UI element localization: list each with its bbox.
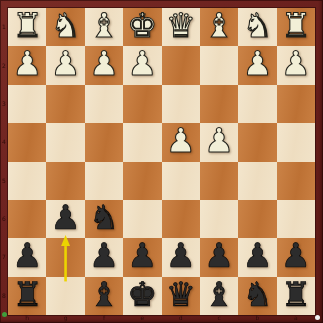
rank-label-7: 7 xyxy=(0,254,8,260)
square-b8[interactable]: ♞ xyxy=(238,277,276,315)
piece-black-pawn[interactable]: ♟ xyxy=(12,237,42,275)
chess-board: ♜♞♝♚♛♝♞♜♟♟♟♟♟♟♟♟♟♞♟♟♟♟♟♟♟♜♝♚♛♝♞♜ xyxy=(8,8,315,315)
square-e4[interactable] xyxy=(123,123,161,161)
square-f4[interactable] xyxy=(85,123,123,161)
piece-white-pawn[interactable]: ♟ xyxy=(51,45,81,83)
square-g3[interactable] xyxy=(46,85,84,123)
file-label-d: d xyxy=(179,315,183,321)
square-f8[interactable]: ♝ xyxy=(85,277,123,315)
rank-label-5: 5 xyxy=(0,178,8,184)
square-c1[interactable]: ♝ xyxy=(200,8,238,46)
square-f2[interactable]: ♟ xyxy=(85,46,123,84)
square-g4[interactable] xyxy=(46,123,84,161)
piece-white-knight[interactable]: ♞ xyxy=(51,7,81,45)
square-h1[interactable]: ♜ xyxy=(8,8,46,46)
square-h6[interactable] xyxy=(8,200,46,238)
file-label-e: e xyxy=(140,315,144,321)
square-b4[interactable] xyxy=(238,123,276,161)
square-h5[interactable] xyxy=(8,162,46,200)
square-c8[interactable]: ♝ xyxy=(200,277,238,315)
square-f7[interactable]: ♟ xyxy=(85,238,123,276)
square-e8[interactable]: ♚ xyxy=(123,277,161,315)
square-c3[interactable] xyxy=(200,85,238,123)
square-d8[interactable]: ♛ xyxy=(162,277,200,315)
square-b3[interactable] xyxy=(238,85,276,123)
square-f3[interactable] xyxy=(85,85,123,123)
square-c7[interactable]: ♟ xyxy=(200,238,238,276)
square-b5[interactable] xyxy=(238,162,276,200)
square-c2[interactable] xyxy=(200,46,238,84)
square-a6[interactable] xyxy=(277,200,315,238)
square-b7[interactable]: ♟ xyxy=(238,238,276,276)
piece-black-bishop[interactable]: ♝ xyxy=(204,276,234,314)
piece-white-king[interactable]: ♚ xyxy=(127,7,157,45)
piece-black-pawn[interactable]: ♟ xyxy=(51,199,81,237)
piece-white-pawn[interactable]: ♟ xyxy=(89,45,119,83)
square-a8[interactable]: ♜ xyxy=(277,277,315,315)
file-label-a: a xyxy=(294,315,298,321)
square-g2[interactable]: ♟ xyxy=(46,46,84,84)
square-a4[interactable] xyxy=(277,123,315,161)
rank-label-8: 8 xyxy=(0,293,8,299)
file-label-b: b xyxy=(256,315,260,321)
square-a1[interactable]: ♜ xyxy=(277,8,315,46)
piece-white-knight[interactable]: ♞ xyxy=(242,7,272,45)
square-c4[interactable]: ♟ xyxy=(200,123,238,161)
piece-black-pawn[interactable]: ♟ xyxy=(166,237,196,275)
square-e6[interactable] xyxy=(123,200,161,238)
square-b2[interactable]: ♟ xyxy=(238,46,276,84)
square-e3[interactable] xyxy=(123,85,161,123)
file-label-g: g xyxy=(64,315,68,321)
rank-label-1: 1 xyxy=(0,24,8,30)
square-h3[interactable] xyxy=(8,85,46,123)
piece-black-pawn[interactable]: ♟ xyxy=(281,237,311,275)
square-d7[interactable]: ♟ xyxy=(162,238,200,276)
piece-black-pawn[interactable]: ♟ xyxy=(127,237,157,275)
piece-black-pawn[interactable]: ♟ xyxy=(204,237,234,275)
square-d1[interactable]: ♛ xyxy=(162,8,200,46)
piece-white-pawn[interactable]: ♟ xyxy=(127,45,157,83)
piece-black-pawn[interactable]: ♟ xyxy=(89,237,119,275)
piece-white-queen[interactable]: ♛ xyxy=(166,7,196,45)
square-a3[interactable] xyxy=(277,85,315,123)
square-g1[interactable]: ♞ xyxy=(46,8,84,46)
rank-label-2: 2 xyxy=(0,63,8,69)
square-a7[interactable]: ♟ xyxy=(277,238,315,276)
rank-label-6: 6 xyxy=(0,216,8,222)
square-b1[interactable]: ♞ xyxy=(238,8,276,46)
square-f1[interactable]: ♝ xyxy=(85,8,123,46)
square-b6[interactable] xyxy=(238,200,276,238)
square-e7[interactable]: ♟ xyxy=(123,238,161,276)
piece-white-rook[interactable]: ♜ xyxy=(281,7,311,45)
piece-black-king[interactable]: ♚ xyxy=(127,276,157,314)
piece-black-queen[interactable]: ♛ xyxy=(166,276,196,314)
square-c6[interactable] xyxy=(200,200,238,238)
piece-white-pawn[interactable]: ♟ xyxy=(242,45,272,83)
square-g8[interactable] xyxy=(46,277,84,315)
square-h4[interactable] xyxy=(8,123,46,161)
square-g7[interactable] xyxy=(46,238,84,276)
square-g5[interactable] xyxy=(46,162,84,200)
square-f5[interactable] xyxy=(85,162,123,200)
side-to-move-dot xyxy=(315,315,320,320)
piece-white-pawn[interactable]: ♟ xyxy=(166,122,196,160)
file-label-c: c xyxy=(217,315,220,321)
square-d6[interactable] xyxy=(162,200,200,238)
square-h2[interactable]: ♟ xyxy=(8,46,46,84)
rank-label-3: 3 xyxy=(0,101,8,107)
piece-white-bishop[interactable]: ♝ xyxy=(204,7,234,45)
piece-white-pawn[interactable]: ♟ xyxy=(204,122,234,160)
square-e2[interactable]: ♟ xyxy=(123,46,161,84)
rank-label-4: 4 xyxy=(0,139,8,145)
piece-black-bishop[interactable]: ♝ xyxy=(89,276,119,314)
piece-black-knight[interactable]: ♞ xyxy=(242,276,272,314)
square-d5[interactable] xyxy=(162,162,200,200)
piece-black-rook[interactable]: ♜ xyxy=(12,276,42,314)
piece-black-rook[interactable]: ♜ xyxy=(281,276,311,314)
square-e1[interactable]: ♚ xyxy=(123,8,161,46)
piece-white-pawn[interactable]: ♟ xyxy=(281,45,311,83)
square-a2[interactable]: ♟ xyxy=(277,46,315,84)
square-g6[interactable]: ♟ xyxy=(46,200,84,238)
piece-white-rook[interactable]: ♜ xyxy=(12,7,42,45)
piece-black-pawn[interactable]: ♟ xyxy=(242,237,272,275)
square-f6[interactable]: ♞ xyxy=(85,200,123,238)
square-a5[interactable] xyxy=(277,162,315,200)
chess-board-window: ♜♞♝♚♛♝♞♜♟♟♟♟♟♟♟♟♟♞♟♟♟♟♟♟♟♜♝♚♛♝♞♜ 1234567… xyxy=(0,0,323,323)
square-d4[interactable]: ♟ xyxy=(162,123,200,161)
status-dot-green xyxy=(2,312,7,317)
square-h8[interactable]: ♜ xyxy=(8,277,46,315)
file-label-f: f xyxy=(103,315,105,321)
square-e5[interactable] xyxy=(123,162,161,200)
piece-white-bishop[interactable]: ♝ xyxy=(89,7,119,45)
square-h7[interactable]: ♟ xyxy=(8,238,46,276)
piece-white-pawn[interactable]: ♟ xyxy=(12,45,42,83)
square-d3[interactable] xyxy=(162,85,200,123)
file-label-h: h xyxy=(25,315,29,321)
square-c5[interactable] xyxy=(200,162,238,200)
piece-black-knight[interactable]: ♞ xyxy=(89,199,119,237)
square-d2[interactable] xyxy=(162,46,200,84)
